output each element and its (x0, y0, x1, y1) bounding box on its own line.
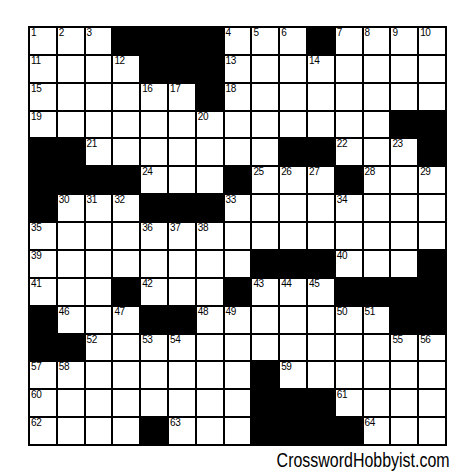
cell-r1c9[interactable]: 5 (252, 28, 278, 54)
clue-number: 13 (226, 56, 236, 66)
block-cell-r7c5 (141, 195, 167, 221)
block-cell-r15c5 (141, 418, 167, 444)
cell-r12c9[interactable] (252, 335, 278, 361)
block-cell-r14c10 (280, 390, 306, 416)
clue-number: 19 (31, 112, 41, 122)
cell-r14c15[interactable] (419, 390, 445, 416)
clue-number: 20 (198, 112, 208, 122)
cell-r14c12[interactable]: 61 (336, 390, 362, 416)
cell-r2c15[interactable] (419, 56, 445, 82)
cell-r12c15[interactable]: 56 (419, 335, 445, 361)
block-cell-r6c4 (113, 167, 139, 193)
cell-r5c4[interactable] (113, 139, 139, 165)
cell-r4c4[interactable] (113, 112, 139, 138)
cell-r5c6[interactable] (169, 139, 195, 165)
cell-r13c13[interactable] (364, 362, 390, 388)
clue-number: 43 (253, 279, 263, 289)
cell-r11c4[interactable]: 47 (113, 307, 139, 333)
cell-r11c7[interactable]: 48 (197, 307, 223, 333)
cell-r13c7[interactable] (197, 362, 223, 388)
cell-r4c9[interactable] (252, 112, 278, 138)
clue-number: 56 (420, 335, 430, 345)
block-cell-r10c8 (225, 279, 251, 305)
cell-r12c3[interactable]: 52 (86, 335, 112, 361)
clue-number: 23 (392, 139, 402, 149)
block-cell-r1c7 (197, 28, 223, 54)
block-cell-r1c6 (169, 28, 195, 54)
cell-r7c15[interactable] (419, 195, 445, 221)
cell-r14c8[interactable] (225, 390, 251, 416)
cell-r13c12[interactable] (336, 362, 362, 388)
clue-number: 15 (31, 84, 41, 94)
cell-r8c13[interactable] (364, 223, 390, 249)
cell-r14c4[interactable] (113, 390, 139, 416)
cell-r7c12[interactable]: 34 (336, 195, 362, 221)
clue-number: 46 (59, 307, 69, 317)
block-cell-r7c1 (30, 195, 56, 221)
block-cell-r3c7 (197, 84, 223, 110)
cell-r15c4[interactable] (113, 418, 139, 444)
clue-number: 54 (170, 335, 180, 345)
cell-r15c8[interactable] (225, 418, 251, 444)
cell-r14c1[interactable]: 60 (30, 390, 56, 416)
cell-r2c1[interactable]: 11 (30, 56, 56, 82)
cell-r2c9[interactable] (252, 56, 278, 82)
clue-number: 57 (31, 362, 41, 372)
block-cell-r2c6 (169, 56, 195, 82)
cell-r2c3[interactable] (86, 56, 112, 82)
clue-number: 60 (31, 390, 41, 400)
block-cell-r9c10 (280, 251, 306, 277)
clue-number: 26 (281, 167, 291, 177)
block-cell-r2c5 (141, 56, 167, 82)
cell-r4c2[interactable] (58, 112, 84, 138)
clue-number: 34 (337, 195, 347, 205)
cell-r13c10[interactable]: 59 (280, 362, 306, 388)
cell-r11c2[interactable]: 46 (58, 307, 84, 333)
clue-number: 50 (337, 307, 347, 317)
cell-r7c9[interactable] (252, 195, 278, 221)
cell-r10c6[interactable] (169, 279, 195, 305)
cell-r1c2[interactable]: 2 (58, 28, 84, 54)
cell-r13c1[interactable]: 57 (30, 362, 56, 388)
clue-number: 17 (170, 84, 180, 94)
clue-number: 31 (87, 195, 97, 205)
cell-r14c14[interactable] (391, 390, 417, 416)
cell-r10c7[interactable] (197, 279, 223, 305)
cell-r14c7[interactable] (197, 390, 223, 416)
clue-number: 38 (198, 223, 208, 233)
cell-r8c7[interactable]: 38 (197, 223, 223, 249)
cell-r7c8[interactable]: 33 (225, 195, 251, 221)
cell-r5c14[interactable]: 23 (391, 139, 417, 165)
cell-r10c9[interactable]: 43 (252, 279, 278, 305)
cell-r4c5[interactable] (141, 112, 167, 138)
cell-r8c6[interactable]: 37 (169, 223, 195, 249)
cell-r1c1[interactable]: 1 (30, 28, 56, 54)
clue-number: 61 (337, 390, 347, 400)
cell-r9c2[interactable] (58, 251, 84, 277)
cell-r9c5[interactable] (141, 251, 167, 277)
cell-r3c3[interactable] (86, 84, 112, 110)
block-cell-r14c11 (308, 390, 334, 416)
cell-r8c9[interactable] (252, 223, 278, 249)
cell-r12c13[interactable] (364, 335, 390, 361)
cell-r3c11[interactable] (308, 84, 334, 110)
block-cell-r13c9 (252, 362, 278, 388)
cell-r8c8[interactable] (225, 223, 251, 249)
clue-number: 16 (142, 84, 152, 94)
cell-r6c10[interactable]: 26 (280, 167, 306, 193)
cell-r6c13[interactable]: 28 (364, 167, 390, 193)
block-cell-r5c11 (308, 139, 334, 165)
cell-r2c12[interactable] (336, 56, 362, 82)
cell-r15c13[interactable]: 64 (364, 418, 390, 444)
cell-r12c6[interactable]: 54 (169, 335, 195, 361)
cell-r13c2[interactable]: 58 (58, 362, 84, 388)
cell-r7c14[interactable] (391, 195, 417, 221)
block-cell-r14c9 (252, 390, 278, 416)
cell-r8c15[interactable] (419, 223, 445, 249)
block-cell-r9c9 (252, 251, 278, 277)
cell-r12c5[interactable]: 53 (141, 335, 167, 361)
cell-r11c10[interactable] (280, 307, 306, 333)
clue-number: 30 (59, 195, 69, 205)
clue-number: 3 (87, 28, 92, 38)
cell-r5c13[interactable] (364, 139, 390, 165)
block-cell-r2c7 (197, 56, 223, 82)
cell-r1c8[interactable]: 4 (225, 28, 251, 54)
cell-r14c13[interactable] (364, 390, 390, 416)
cell-r7c4[interactable]: 32 (113, 195, 139, 221)
cell-r3c6[interactable]: 17 (169, 84, 195, 110)
clue-number: 53 (142, 335, 152, 345)
cell-r15c3[interactable] (86, 418, 112, 444)
clue-number: 29 (420, 167, 430, 177)
clue-number: 42 (142, 279, 152, 289)
cell-r13c6[interactable] (169, 362, 195, 388)
block-cell-r11c15 (419, 307, 445, 333)
cell-r8c12[interactable] (336, 223, 362, 249)
cell-r9c6[interactable] (169, 251, 195, 277)
cell-r12c11[interactable] (308, 335, 334, 361)
block-cell-r9c15 (419, 251, 445, 277)
cell-r6c9[interactable]: 25 (252, 167, 278, 193)
clue-number: 52 (87, 335, 97, 345)
cell-r6c14[interactable] (391, 167, 417, 193)
cell-r5c12[interactable]: 22 (336, 139, 362, 165)
cell-r7c3[interactable]: 31 (86, 195, 112, 221)
clue-number: 55 (392, 335, 402, 345)
clue-number: 1 (31, 28, 36, 38)
cell-r1c15[interactable]: 10 (419, 28, 445, 54)
clue-number: 63 (170, 418, 180, 428)
clue-number: 45 (309, 279, 319, 289)
cell-r13c3[interactable] (86, 362, 112, 388)
cell-r1c10[interactable]: 6 (280, 28, 306, 54)
block-cell-r6c2 (58, 167, 84, 193)
cell-r9c8[interactable] (225, 251, 251, 277)
clue-number: 33 (226, 195, 236, 205)
cell-r15c7[interactable] (197, 418, 223, 444)
cell-r2c11[interactable]: 14 (308, 56, 334, 82)
cell-r2c13[interactable] (364, 56, 390, 82)
clue-number: 41 (31, 279, 41, 289)
block-cell-r6c12 (336, 167, 362, 193)
cell-r10c3[interactable] (86, 279, 112, 305)
clue-number: 47 (114, 307, 124, 317)
cell-r10c11[interactable]: 45 (308, 279, 334, 305)
clue-number: 18 (226, 84, 236, 94)
crossword-grid: 1234567891011121314151617181920212223242… (28, 26, 447, 446)
block-cell-r4c15 (419, 112, 445, 138)
block-cell-r1c5 (141, 28, 167, 54)
cell-r8c3[interactable] (86, 223, 112, 249)
clue-number: 35 (31, 223, 41, 233)
cell-r5c8[interactable] (225, 139, 251, 165)
cell-r8c4[interactable] (113, 223, 139, 249)
cell-r14c2[interactable] (58, 390, 84, 416)
cell-r3c14[interactable] (391, 84, 417, 110)
cell-r8c11[interactable] (308, 223, 334, 249)
block-cell-r4c14 (391, 112, 417, 138)
cell-r14c5[interactable] (141, 390, 167, 416)
cell-r13c4[interactable] (113, 362, 139, 388)
cell-r1c3[interactable]: 3 (86, 28, 112, 54)
clue-number: 11 (31, 56, 41, 66)
clue-number: 12 (114, 56, 124, 66)
clue-number: 8 (365, 28, 370, 38)
clue-number: 59 (281, 362, 291, 372)
site-credit: CrosswordHobbyist.com (277, 448, 450, 471)
cell-r14c3[interactable] (86, 390, 112, 416)
cell-r14c6[interactable] (169, 390, 195, 416)
block-cell-r15c12 (336, 418, 362, 444)
cell-r10c1[interactable]: 41 (30, 279, 56, 305)
block-cell-r7c6 (169, 195, 195, 221)
cell-r5c5[interactable] (141, 139, 167, 165)
block-cell-r10c12 (336, 279, 362, 305)
block-cell-r6c3 (86, 167, 112, 193)
clue-number: 27 (309, 167, 319, 177)
cell-r9c12[interactable]: 40 (336, 251, 362, 277)
block-cell-r6c1 (30, 167, 56, 193)
cell-r1c14[interactable]: 9 (391, 28, 417, 54)
cell-r4c7[interactable]: 20 (197, 112, 223, 138)
clue-number: 44 (281, 279, 291, 289)
cell-r12c8[interactable] (225, 335, 251, 361)
cell-r11c13[interactable]: 51 (364, 307, 390, 333)
cell-r2c4[interactable]: 12 (113, 56, 139, 82)
block-cell-r15c10 (280, 418, 306, 444)
cell-r1c13[interactable]: 8 (364, 28, 390, 54)
cell-r5c3[interactable]: 21 (86, 139, 112, 165)
cell-r4c8[interactable] (225, 112, 251, 138)
block-cell-r10c15 (419, 279, 445, 305)
block-cell-r10c13 (364, 279, 390, 305)
cell-r5c9[interactable] (252, 139, 278, 165)
clue-number: 21 (87, 139, 97, 149)
clue-number: 36 (142, 223, 152, 233)
block-cell-r1c4 (113, 28, 139, 54)
cell-r15c15[interactable] (419, 418, 445, 444)
block-cell-r11c6 (169, 307, 195, 333)
cell-r2c14[interactable] (391, 56, 417, 82)
cell-r8c10[interactable] (280, 223, 306, 249)
cell-r15c1[interactable]: 62 (30, 418, 56, 444)
cell-r11c11[interactable] (308, 307, 334, 333)
clue-number: 22 (337, 139, 347, 149)
cell-r3c12[interactable] (336, 84, 362, 110)
block-cell-r7c7 (197, 195, 223, 221)
cell-r9c3[interactable] (86, 251, 112, 277)
clue-number: 32 (114, 195, 124, 205)
cell-r4c13[interactable] (364, 112, 390, 138)
block-cell-r11c5 (141, 307, 167, 333)
cell-r2c10[interactable] (280, 56, 306, 82)
block-cell-r12c1 (30, 335, 56, 361)
cell-r7c2[interactable]: 30 (58, 195, 84, 221)
cell-r8c2[interactable] (58, 223, 84, 249)
cell-r8c1[interactable]: 35 (30, 223, 56, 249)
cell-r1c12[interactable]: 7 (336, 28, 362, 54)
cell-r7c13[interactable] (364, 195, 390, 221)
block-cell-r10c14 (391, 279, 417, 305)
cell-r6c15[interactable]: 29 (419, 167, 445, 193)
clue-number: 10 (420, 28, 430, 38)
cell-r4c6[interactable] (169, 112, 195, 138)
cell-r3c5[interactable]: 16 (141, 84, 167, 110)
clue-number: 58 (59, 362, 69, 372)
clue-number: 14 (309, 56, 319, 66)
cell-r8c14[interactable] (391, 223, 417, 249)
cell-r9c4[interactable] (113, 251, 139, 277)
cell-r3c1[interactable]: 15 (30, 84, 56, 110)
block-cell-r11c14 (391, 307, 417, 333)
block-cell-r5c2 (58, 139, 84, 165)
cell-r10c5[interactable]: 42 (141, 279, 167, 305)
cell-r13c14[interactable] (391, 362, 417, 388)
clue-number: 64 (365, 418, 375, 428)
cell-r9c7[interactable] (197, 251, 223, 277)
cell-r7c11[interactable] (308, 195, 334, 221)
cell-r3c8[interactable]: 18 (225, 84, 251, 110)
block-cell-r11c1 (30, 307, 56, 333)
cell-r9c1[interactable]: 39 (30, 251, 56, 277)
clue-number: 62 (31, 418, 41, 428)
clue-number: 24 (142, 167, 152, 177)
cell-r6c6[interactable] (169, 167, 195, 193)
cell-r11c9[interactable] (252, 307, 278, 333)
cell-r9c13[interactable] (364, 251, 390, 277)
cell-r13c8[interactable] (225, 362, 251, 388)
cell-r13c11[interactable] (308, 362, 334, 388)
cell-r6c7[interactable] (197, 167, 223, 193)
clue-number: 25 (253, 167, 263, 177)
cell-r12c4[interactable] (113, 335, 139, 361)
cell-r11c12[interactable]: 50 (336, 307, 362, 333)
cell-r4c3[interactable] (86, 112, 112, 138)
block-cell-r15c9 (252, 418, 278, 444)
block-cell-r6c8 (225, 167, 251, 193)
clue-number: 9 (392, 28, 397, 38)
cell-r4c10[interactable] (280, 112, 306, 138)
cell-r4c11[interactable] (308, 112, 334, 138)
cell-r13c5[interactable] (141, 362, 167, 388)
cell-r3c4[interactable] (113, 84, 139, 110)
cell-r5c7[interactable] (197, 139, 223, 165)
clue-number: 6 (281, 28, 286, 38)
cell-r12c10[interactable] (280, 335, 306, 361)
block-cell-r1c11 (308, 28, 334, 54)
clue-number: 28 (365, 167, 375, 177)
block-cell-r5c15 (419, 139, 445, 165)
cell-r12c14[interactable]: 55 (391, 335, 417, 361)
cell-r2c2[interactable] (58, 56, 84, 82)
cell-r3c2[interactable] (58, 84, 84, 110)
cell-r11c8[interactable]: 49 (225, 307, 251, 333)
cell-r10c10[interactable]: 44 (280, 279, 306, 305)
cell-r2c8[interactable]: 13 (225, 56, 251, 82)
block-cell-r12c2 (58, 335, 84, 361)
clue-number: 37 (170, 223, 180, 233)
cell-r12c7[interactable] (197, 335, 223, 361)
cell-r4c12[interactable] (336, 112, 362, 138)
cell-r12c12[interactable] (336, 335, 362, 361)
clue-number: 4 (226, 28, 231, 38)
cell-r15c6[interactable]: 63 (169, 418, 195, 444)
clue-number: 2 (59, 28, 64, 38)
cell-r10c2[interactable] (58, 279, 84, 305)
clue-number: 39 (31, 251, 41, 261)
cell-r11c3[interactable] (86, 307, 112, 333)
cell-r3c13[interactable] (364, 84, 390, 110)
clue-number: 49 (226, 307, 236, 317)
cell-r7c10[interactable] (280, 195, 306, 221)
cell-r4c1[interactable]: 19 (30, 112, 56, 138)
block-cell-r15c11 (308, 418, 334, 444)
cell-r9c14[interactable] (391, 251, 417, 277)
block-cell-r5c1 (30, 139, 56, 165)
cell-r13c15[interactable] (419, 362, 445, 388)
clue-number: 7 (337, 28, 342, 38)
cell-r15c2[interactable] (58, 418, 84, 444)
cell-r8c5[interactable]: 36 (141, 223, 167, 249)
block-cell-r10c4 (113, 279, 139, 305)
block-cell-r9c11 (308, 251, 334, 277)
cell-r3c15[interactable] (419, 84, 445, 110)
clue-number: 40 (337, 251, 347, 261)
clue-number: 5 (253, 28, 258, 38)
cell-r6c11[interactable]: 27 (308, 167, 334, 193)
cell-r3c9[interactable] (252, 84, 278, 110)
block-cell-r5c10 (280, 139, 306, 165)
cell-r6c5[interactable]: 24 (141, 167, 167, 193)
clue-number: 48 (198, 307, 208, 317)
cell-r15c14[interactable] (391, 418, 417, 444)
clue-number: 51 (365, 307, 375, 317)
cell-r3c10[interactable] (280, 84, 306, 110)
